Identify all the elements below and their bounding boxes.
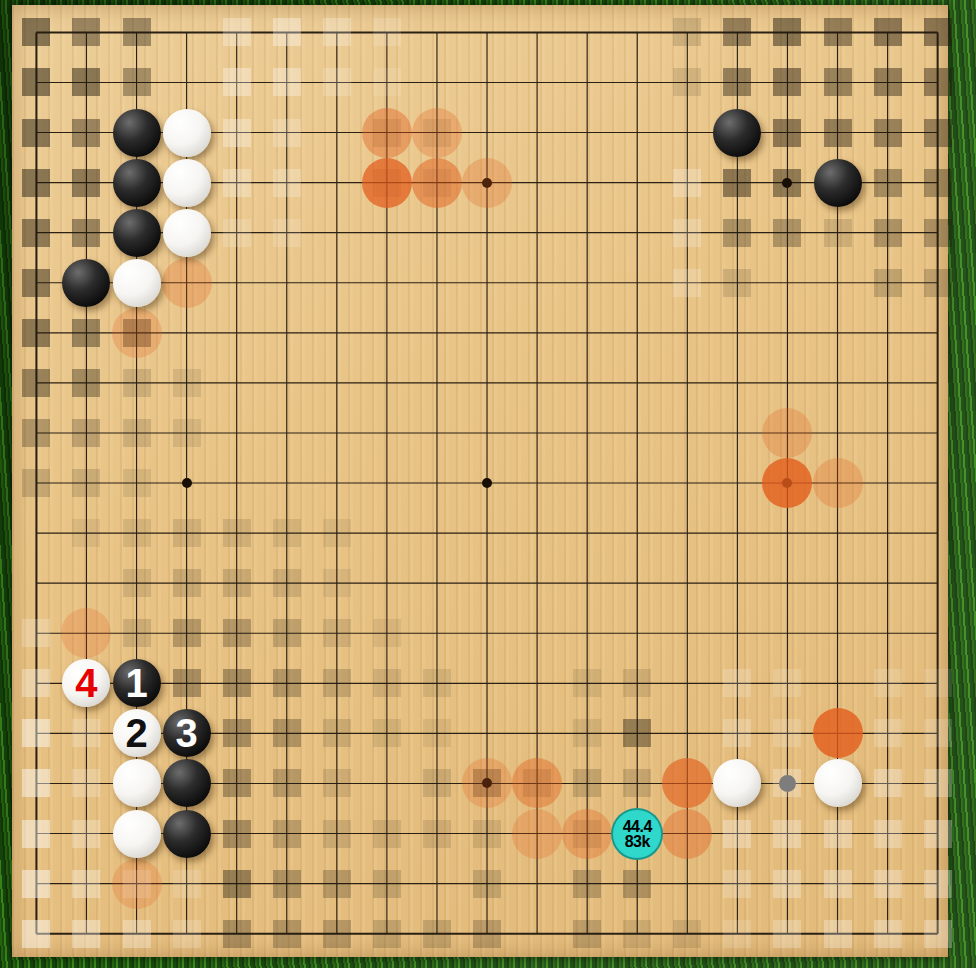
white-territory-square [723, 920, 751, 948]
white-stone-C3 [113, 810, 161, 858]
candidate-visits: 83k [625, 834, 650, 849]
black-territory-square [673, 920, 701, 948]
policy-hint-circle[interactable] [162, 258, 212, 308]
white-territory-square [273, 169, 301, 197]
black-territory-square [22, 319, 50, 347]
black-territory-square [423, 769, 451, 797]
black-territory-square [874, 18, 902, 46]
black-territory-square [673, 18, 701, 46]
white-territory-square [273, 119, 301, 147]
black-territory-square [473, 820, 501, 848]
black-territory-square [273, 569, 301, 597]
white-stone-C4 [113, 759, 161, 807]
policy-hint-circle[interactable] [813, 708, 863, 758]
white-territory-square [22, 870, 50, 898]
white-stone-R4 [814, 759, 862, 807]
black-territory-square [824, 119, 852, 147]
black-territory-square [223, 569, 251, 597]
black-territory-square [473, 870, 501, 898]
white-territory-square [72, 920, 100, 948]
white-stone-C14 [113, 259, 161, 307]
white-territory-square [323, 18, 351, 46]
white-territory-square [273, 219, 301, 247]
policy-hint-circle[interactable] [362, 108, 412, 158]
white-territory-square [273, 18, 301, 46]
black-territory-square [373, 870, 401, 898]
white-territory-square [723, 870, 751, 898]
white-territory-square [924, 769, 952, 797]
white-territory-square [874, 820, 902, 848]
black-territory-square [273, 920, 301, 948]
white-territory-square [773, 920, 801, 948]
white-territory-square [22, 669, 50, 697]
white-territory-square [723, 820, 751, 848]
black-stone-D3 [163, 810, 211, 858]
white-territory-square [673, 269, 701, 297]
black-stone-C15 [113, 209, 161, 257]
black-territory-square [423, 820, 451, 848]
black-territory-square [123, 569, 151, 597]
black-territory-square [72, 219, 100, 247]
white-territory-square [173, 870, 201, 898]
white-stone-D17 [163, 109, 211, 157]
black-stone-D4 [163, 759, 211, 807]
white-territory-square [22, 769, 50, 797]
black-territory-square [72, 169, 100, 197]
white-territory-square [874, 920, 902, 948]
white-territory-square [874, 769, 902, 797]
black-territory-square [623, 669, 651, 697]
white-territory-square [373, 18, 401, 46]
policy-hint-circle[interactable] [512, 809, 562, 859]
black-territory-square [22, 269, 50, 297]
white-territory-square [924, 669, 952, 697]
black-territory-square [123, 18, 151, 46]
black-territory-square [223, 870, 251, 898]
policy-hint-circle[interactable] [813, 458, 863, 508]
white-territory-square [673, 169, 701, 197]
black-territory-square [273, 619, 301, 647]
black-territory-square [924, 269, 952, 297]
black-territory-square [273, 669, 301, 697]
black-territory-square [373, 669, 401, 697]
black-territory-square [223, 920, 251, 948]
black-territory-square [824, 68, 852, 96]
black-territory-square [323, 920, 351, 948]
white-territory-square [22, 719, 50, 747]
black-territory-square [573, 920, 601, 948]
black-territory-square [773, 119, 801, 147]
white-territory-square [22, 619, 50, 647]
black-territory-square [323, 669, 351, 697]
white-territory-square [223, 68, 251, 96]
black-territory-square [773, 68, 801, 96]
gray-dot-marker [779, 775, 796, 792]
white-territory-square [874, 870, 902, 898]
white-territory-square [373, 68, 401, 96]
go-analysis-screen: 1342 44.4 83k [0, 0, 976, 968]
policy-hint-circle[interactable] [112, 308, 162, 358]
black-territory-square [323, 870, 351, 898]
black-territory-square [573, 719, 601, 747]
star-point [482, 478, 492, 488]
black-territory-square [423, 920, 451, 948]
black-territory-square [72, 369, 100, 397]
black-territory-square [123, 619, 151, 647]
candidate-move-badge[interactable]: 44.4 83k [611, 808, 663, 860]
black-territory-square [123, 369, 151, 397]
policy-hint-circle[interactable] [112, 859, 162, 909]
white-territory-square [72, 870, 100, 898]
black-territory-square [72, 519, 100, 547]
black-territory-square [924, 219, 952, 247]
black-territory-square [573, 870, 601, 898]
black-territory-square [123, 68, 151, 96]
black-territory-square [123, 469, 151, 497]
black-territory-square [72, 419, 100, 447]
black-territory-square [223, 769, 251, 797]
black-territory-square [623, 769, 651, 797]
black-territory-square [223, 820, 251, 848]
black-territory-square [72, 68, 100, 96]
black-territory-square [423, 669, 451, 697]
white-territory-square [72, 820, 100, 848]
white-territory-square [323, 68, 351, 96]
white-territory-square [22, 820, 50, 848]
black-territory-square [323, 619, 351, 647]
policy-hint-circle[interactable] [412, 108, 462, 158]
black-territory-square [173, 569, 201, 597]
black-territory-square [423, 719, 451, 747]
white-territory-square [773, 820, 801, 848]
white-territory-square [824, 820, 852, 848]
black-territory-square [72, 18, 100, 46]
black-territory-square [223, 519, 251, 547]
white-stone-C5: 2 [113, 709, 161, 757]
black-territory-square [173, 419, 201, 447]
policy-hint-circle[interactable] [412, 158, 462, 208]
black-territory-square [223, 619, 251, 647]
black-territory-square [173, 519, 201, 547]
policy-hint-circle[interactable] [362, 158, 412, 208]
black-territory-square [373, 619, 401, 647]
black-territory-square [72, 319, 100, 347]
white-territory-square [924, 920, 952, 948]
white-territory-square [924, 820, 952, 848]
black-territory-square [22, 219, 50, 247]
black-stone-C16 [113, 159, 161, 207]
black-territory-square [773, 219, 801, 247]
black-territory-square [924, 68, 952, 96]
black-stone-R16 [814, 159, 862, 207]
black-territory-square [173, 369, 201, 397]
white-territory-square [773, 870, 801, 898]
white-territory-square [22, 920, 50, 948]
black-territory-square [924, 18, 952, 46]
black-territory-square [323, 769, 351, 797]
star-point [182, 478, 192, 488]
black-territory-square [723, 18, 751, 46]
candidate-winrate: 44.4 [623, 819, 652, 834]
black-territory-square [173, 619, 201, 647]
white-territory-square [223, 18, 251, 46]
black-territory-square [673, 68, 701, 96]
white-territory-square [924, 719, 952, 747]
white-territory-square [874, 669, 902, 697]
black-territory-square [824, 219, 852, 247]
black-territory-square [22, 18, 50, 46]
black-territory-square [373, 820, 401, 848]
black-stone-C17 [113, 109, 161, 157]
policy-hint-circle[interactable] [562, 809, 612, 859]
black-territory-square [173, 669, 201, 697]
black-territory-square [723, 68, 751, 96]
black-territory-square [22, 119, 50, 147]
black-territory-square [323, 519, 351, 547]
black-territory-square [573, 669, 601, 697]
black-territory-square [123, 519, 151, 547]
black-territory-square [22, 369, 50, 397]
black-territory-square [623, 719, 651, 747]
black-territory-square [273, 870, 301, 898]
white-territory-square [72, 769, 100, 797]
black-territory-square [273, 719, 301, 747]
white-territory-square [673, 219, 701, 247]
black-territory-square [874, 169, 902, 197]
black-territory-square [773, 18, 801, 46]
white-territory-square [72, 719, 100, 747]
black-territory-square [874, 119, 902, 147]
black-territory-square [123, 419, 151, 447]
black-stone-B14 [62, 259, 110, 307]
black-stone-D5: 3 [163, 709, 211, 757]
white-territory-square [874, 719, 902, 747]
black-territory-square [874, 219, 902, 247]
white-stone-D16 [163, 159, 211, 207]
black-territory-square [273, 769, 301, 797]
white-territory-square [773, 669, 801, 697]
black-territory-square [473, 920, 501, 948]
white-territory-square [123, 920, 151, 948]
black-stone-C6: 1 [113, 659, 161, 707]
white-territory-square [223, 219, 251, 247]
black-territory-square [824, 18, 852, 46]
black-territory-square [573, 769, 601, 797]
black-territory-square [22, 169, 50, 197]
black-territory-square [924, 169, 952, 197]
black-territory-square [373, 920, 401, 948]
black-territory-square [72, 469, 100, 497]
black-territory-square [874, 68, 902, 96]
white-territory-square [173, 920, 201, 948]
black-territory-square [373, 719, 401, 747]
black-territory-square [22, 419, 50, 447]
black-territory-square [22, 469, 50, 497]
white-stone-D15 [163, 209, 211, 257]
move-number-label: 2 [125, 713, 147, 753]
black-stone-P17 [713, 109, 761, 157]
black-territory-square [273, 519, 301, 547]
black-territory-square [623, 870, 651, 898]
black-territory-square [874, 269, 902, 297]
black-territory-square [22, 68, 50, 96]
black-territory-square [273, 820, 301, 848]
black-territory-square [323, 569, 351, 597]
black-territory-square [323, 719, 351, 747]
policy-hint-circle[interactable] [662, 809, 712, 859]
white-territory-square [723, 669, 751, 697]
white-territory-square [924, 870, 952, 898]
black-territory-square [323, 820, 351, 848]
black-territory-square [723, 219, 751, 247]
policy-hint-circle[interactable] [462, 158, 512, 208]
black-territory-square [72, 119, 100, 147]
black-territory-square [223, 669, 251, 697]
move-number-label: 3 [175, 713, 197, 753]
white-territory-square [824, 920, 852, 948]
white-territory-square [223, 169, 251, 197]
white-territory-square [273, 68, 301, 96]
black-territory-square [623, 920, 651, 948]
white-territory-square [824, 870, 852, 898]
black-territory-square [723, 269, 751, 297]
black-territory-square [223, 719, 251, 747]
white-territory-square [223, 119, 251, 147]
move-number-label: 1 [125, 663, 147, 703]
white-territory-square [723, 719, 751, 747]
white-territory-square [773, 719, 801, 747]
black-territory-square [924, 119, 952, 147]
move-number-label: 4 [75, 663, 97, 703]
black-territory-square [723, 169, 751, 197]
